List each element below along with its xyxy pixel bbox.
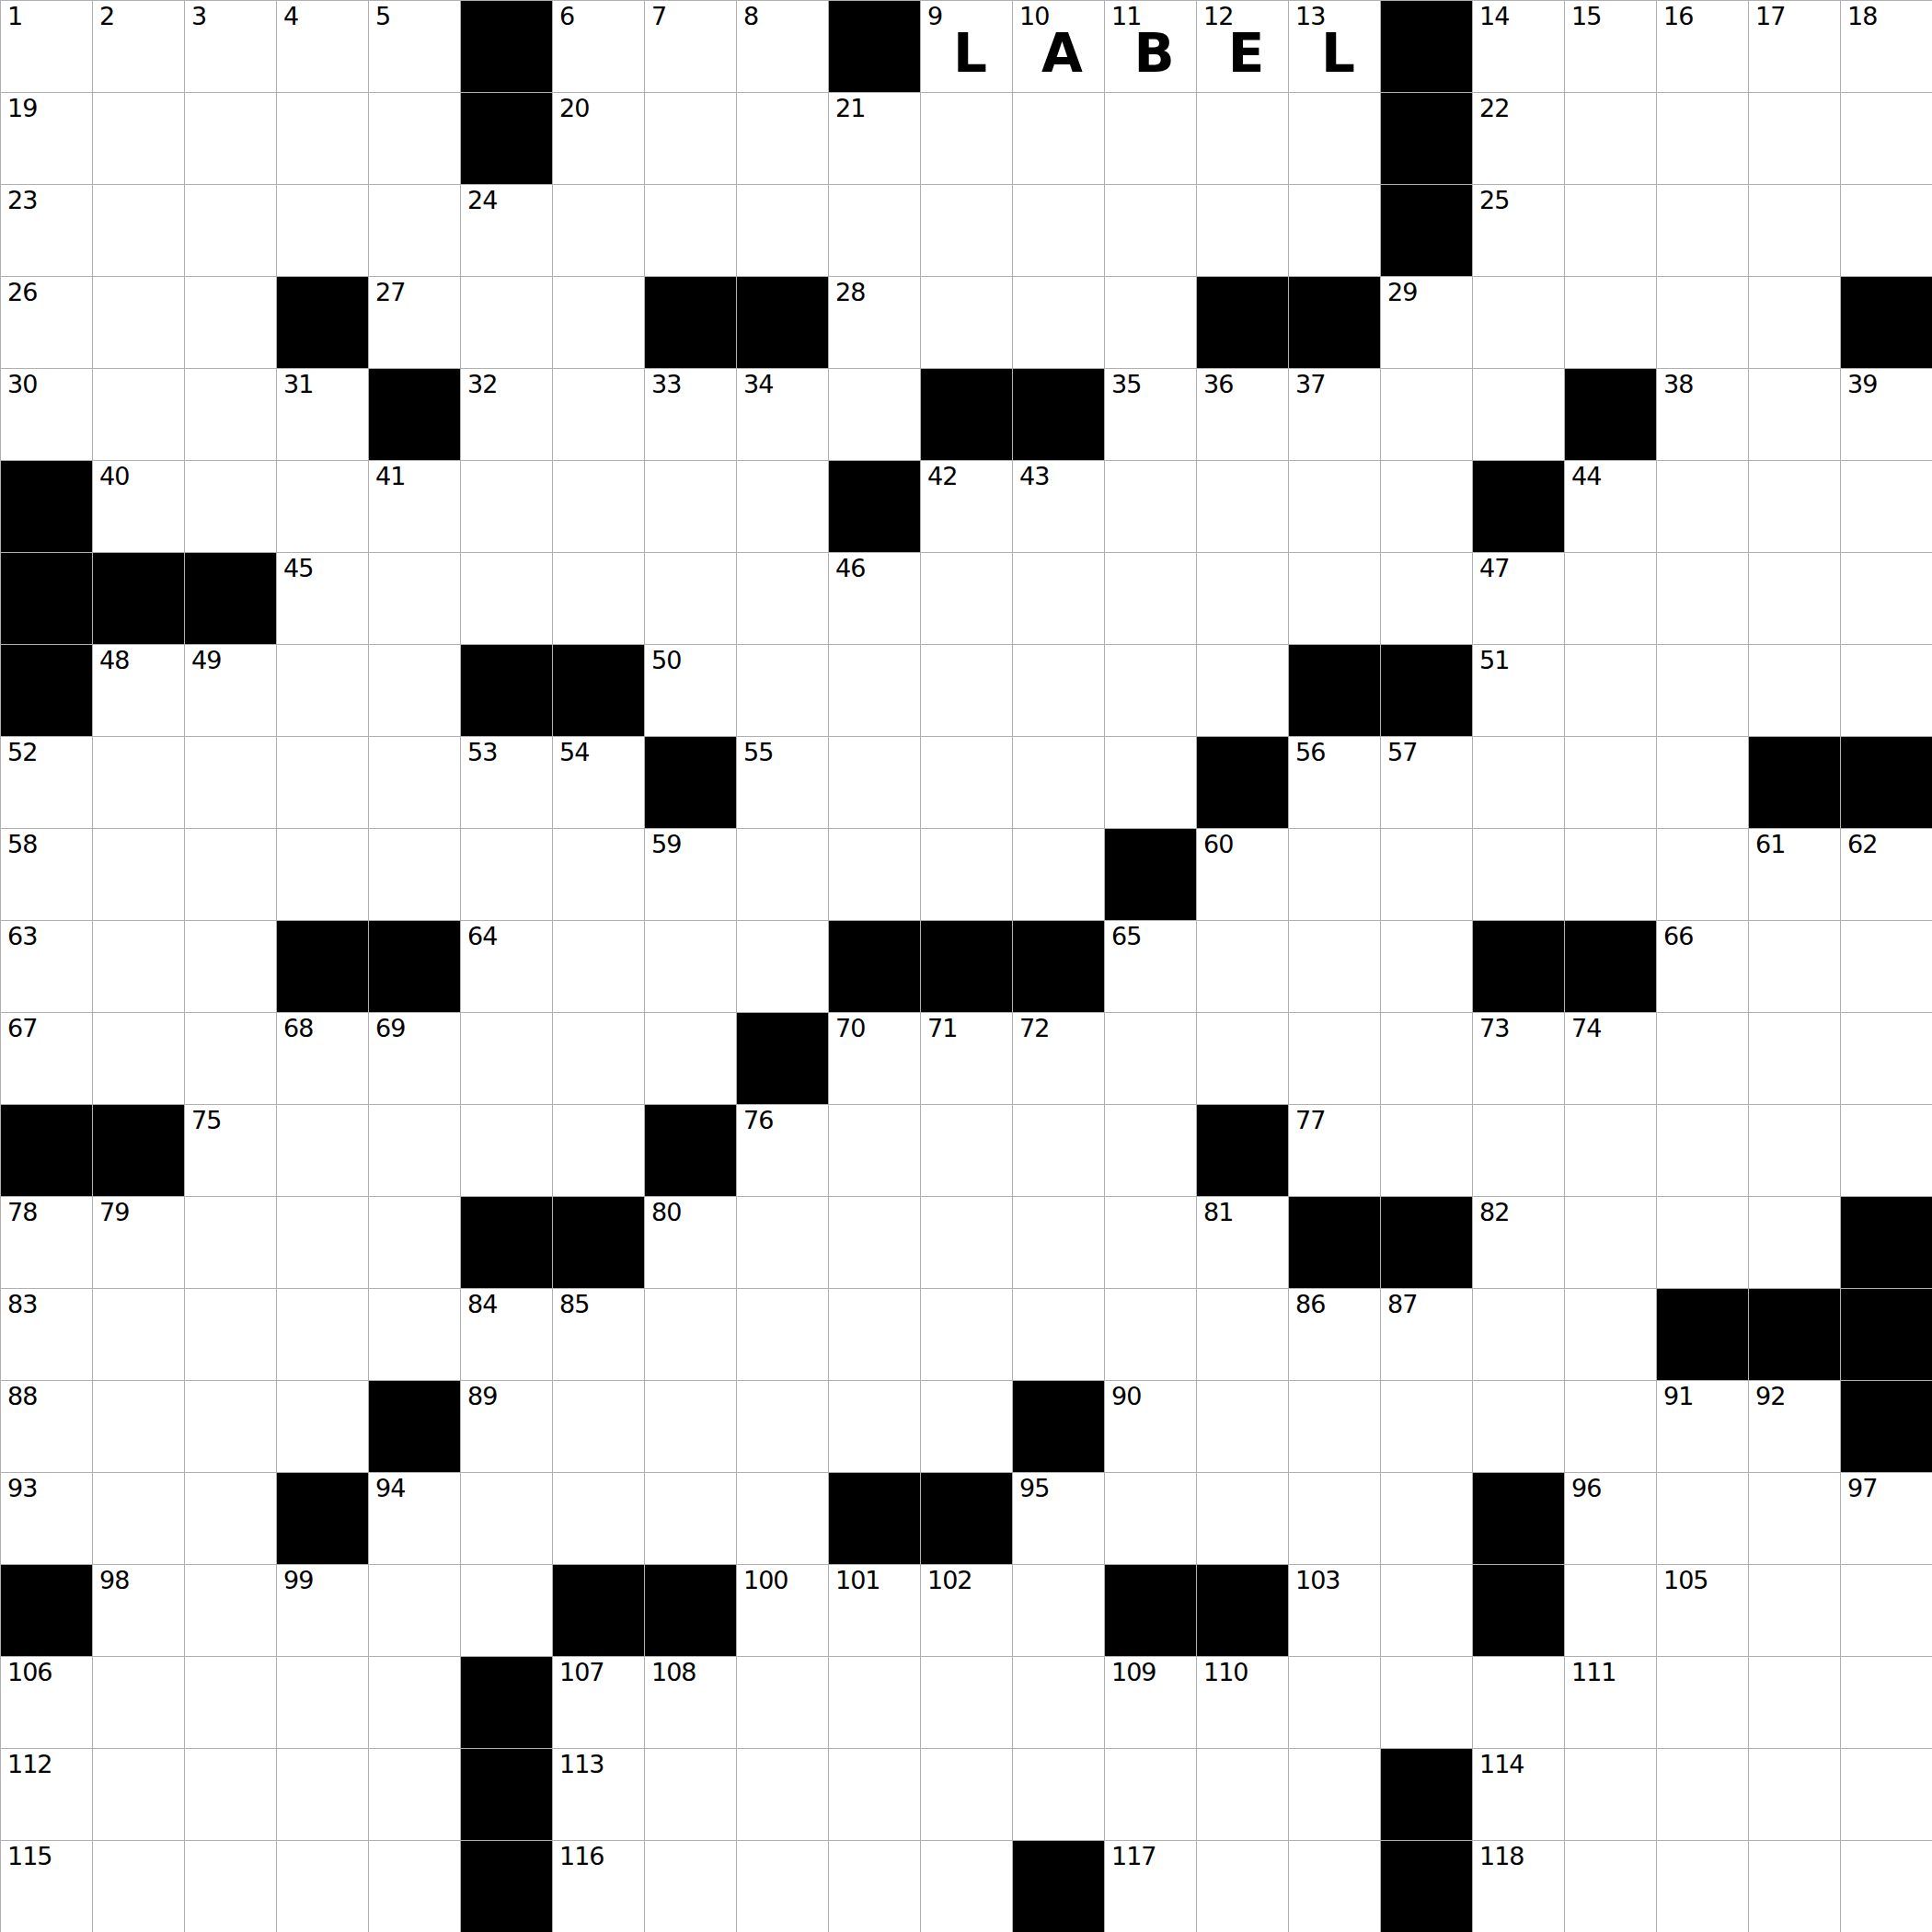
grid-cell[interactable] [829, 645, 921, 737]
grid-cell[interactable] [369, 1289, 461, 1381]
grid-cell[interactable] [1105, 461, 1197, 553]
grid-cell[interactable] [1197, 921, 1289, 1013]
grid-cell[interactable]: 67 [1, 1013, 93, 1105]
grid-cell[interactable] [93, 1473, 185, 1565]
grid-cell[interactable] [1013, 829, 1105, 921]
grid-cell[interactable] [369, 829, 461, 921]
grid-cell[interactable]: 33 [645, 369, 737, 461]
grid-cell[interactable] [185, 1289, 277, 1381]
grid-cell[interactable] [1657, 277, 1749, 369]
grid-cell[interactable] [1197, 1841, 1289, 1932]
grid-cell[interactable] [93, 1289, 185, 1381]
grid-cell[interactable] [1473, 277, 1565, 369]
grid-cell[interactable] [921, 1381, 1013, 1473]
grid-cell[interactable] [277, 1105, 369, 1197]
grid-cell[interactable]: 65 [1105, 921, 1197, 1013]
grid-cell[interactable]: 114 [1473, 1749, 1565, 1841]
grid-cell[interactable] [1289, 1473, 1381, 1565]
grid-cell[interactable] [1105, 1105, 1197, 1197]
grid-cell[interactable] [1749, 1473, 1841, 1565]
grid-cell[interactable] [829, 185, 921, 277]
grid-cell[interactable]: 56 [1289, 737, 1381, 829]
grid-cell[interactable] [1565, 93, 1657, 185]
grid-cell[interactable] [1105, 1013, 1197, 1105]
grid-cell[interactable]: 102 [921, 1565, 1013, 1657]
grid-cell[interactable] [93, 1657, 185, 1749]
grid-cell[interactable] [1565, 1105, 1657, 1197]
grid-cell[interactable] [1197, 1473, 1289, 1565]
grid-cell[interactable] [1657, 185, 1749, 277]
grid-cell[interactable]: 15 [1565, 1, 1657, 93]
grid-cell[interactable] [1749, 185, 1841, 277]
grid-cell[interactable] [1473, 1381, 1565, 1473]
grid-cell[interactable]: 106 [1, 1657, 93, 1749]
grid-cell[interactable] [1841, 1013, 1932, 1105]
grid-cell[interactable] [185, 369, 277, 461]
grid-cell[interactable] [921, 277, 1013, 369]
grid-cell[interactable]: 110 [1197, 1657, 1289, 1749]
grid-cell[interactable] [1657, 1749, 1749, 1841]
grid-cell[interactable] [1841, 461, 1932, 553]
grid-cell[interactable]: 14 [1473, 1, 1565, 93]
grid-cell[interactable] [1105, 553, 1197, 645]
grid-cell[interactable]: 45 [277, 553, 369, 645]
grid-cell[interactable] [185, 1565, 277, 1657]
grid-cell[interactable] [185, 93, 277, 185]
grid-cell[interactable]: 87 [1381, 1289, 1473, 1381]
grid-cell[interactable]: 22 [1473, 93, 1565, 185]
grid-cell[interactable] [1657, 1657, 1749, 1749]
grid-cell[interactable] [1841, 645, 1932, 737]
grid-cell[interactable]: 55 [737, 737, 829, 829]
grid-cell[interactable]: 8 [737, 1, 829, 93]
grid-cell[interactable]: 42 [921, 461, 1013, 553]
grid-cell[interactable]: 35 [1105, 369, 1197, 461]
grid-cell[interactable] [1289, 461, 1381, 553]
grid-cell[interactable] [1381, 553, 1473, 645]
grid-cell[interactable]: 95 [1013, 1473, 1105, 1565]
grid-cell[interactable] [921, 1105, 1013, 1197]
grid-cell[interactable] [1105, 277, 1197, 369]
grid-cell[interactable]: 66 [1657, 921, 1749, 1013]
grid-cell[interactable] [1565, 1289, 1657, 1381]
grid-cell[interactable] [1565, 553, 1657, 645]
grid-cell[interactable] [369, 1565, 461, 1657]
grid-cell[interactable]: 71 [921, 1013, 1013, 1105]
grid-cell[interactable] [1381, 1105, 1473, 1197]
grid-cell[interactable] [829, 1749, 921, 1841]
grid-cell[interactable] [829, 737, 921, 829]
grid-cell[interactable] [1013, 553, 1105, 645]
grid-cell[interactable] [1013, 1289, 1105, 1381]
grid-cell[interactable] [1565, 829, 1657, 921]
grid-cell[interactable] [1197, 461, 1289, 553]
grid-cell[interactable]: 32 [461, 369, 553, 461]
grid-cell[interactable] [185, 1657, 277, 1749]
grid-cell[interactable] [645, 461, 737, 553]
grid-cell[interactable]: 49 [185, 645, 277, 737]
grid-cell[interactable] [829, 1841, 921, 1932]
grid-cell[interactable] [277, 645, 369, 737]
grid-cell[interactable] [185, 1197, 277, 1289]
grid-cell[interactable] [1013, 1749, 1105, 1841]
grid-cell[interactable] [1013, 185, 1105, 277]
grid-cell[interactable]: 96 [1565, 1473, 1657, 1565]
grid-cell[interactable] [737, 93, 829, 185]
grid-cell[interactable] [1105, 737, 1197, 829]
grid-cell[interactable]: 40 [93, 461, 185, 553]
grid-cell[interactable] [1565, 1197, 1657, 1289]
grid-cell[interactable] [1565, 277, 1657, 369]
grid-cell[interactable]: 60 [1197, 829, 1289, 921]
grid-cell[interactable] [1289, 1657, 1381, 1749]
grid-cell[interactable]: 111 [1565, 1657, 1657, 1749]
grid-cell[interactable] [1749, 277, 1841, 369]
grid-cell[interactable] [1197, 1749, 1289, 1841]
grid-cell[interactable] [185, 829, 277, 921]
grid-cell[interactable]: 76 [737, 1105, 829, 1197]
grid-cell[interactable] [645, 1473, 737, 1565]
grid-cell[interactable] [829, 1197, 921, 1289]
grid-cell[interactable] [1657, 1841, 1749, 1932]
grid-cell[interactable] [829, 369, 921, 461]
grid-cell[interactable] [1197, 1013, 1289, 1105]
grid-cell[interactable]: 101 [829, 1565, 921, 1657]
grid-cell[interactable]: 116 [553, 1841, 645, 1932]
grid-cell[interactable]: 118 [1473, 1841, 1565, 1932]
grid-cell[interactable]: 30 [1, 369, 93, 461]
grid-cell[interactable]: 68 [277, 1013, 369, 1105]
grid-cell[interactable] [1841, 1841, 1932, 1932]
grid-cell[interactable] [1381, 1013, 1473, 1105]
grid-cell[interactable] [1657, 1197, 1749, 1289]
grid-cell[interactable] [737, 829, 829, 921]
grid-cell[interactable]: 28 [829, 277, 921, 369]
grid-cell[interactable]: 99 [277, 1565, 369, 1657]
grid-cell[interactable] [93, 369, 185, 461]
grid-cell[interactable]: 13L [1289, 1, 1381, 93]
grid-cell[interactable] [1105, 1289, 1197, 1381]
grid-cell[interactable] [737, 461, 829, 553]
grid-cell[interactable] [1105, 645, 1197, 737]
grid-cell[interactable] [1473, 1105, 1565, 1197]
grid-cell[interactable]: 39 [1841, 369, 1932, 461]
grid-cell[interactable]: 21 [829, 93, 921, 185]
grid-cell[interactable] [645, 921, 737, 1013]
grid-cell[interactable] [93, 1013, 185, 1105]
grid-cell[interactable] [185, 1841, 277, 1932]
grid-cell[interactable] [1565, 1841, 1657, 1932]
grid-cell[interactable] [737, 1749, 829, 1841]
grid-cell[interactable] [461, 1565, 553, 1657]
grid-cell[interactable]: 50 [645, 645, 737, 737]
grid-cell[interactable] [1657, 93, 1749, 185]
grid-cell[interactable] [185, 1013, 277, 1105]
grid-cell[interactable] [645, 93, 737, 185]
grid-cell[interactable] [737, 1657, 829, 1749]
grid-cell[interactable] [93, 93, 185, 185]
grid-cell[interactable]: 80 [645, 1197, 737, 1289]
grid-cell[interactable] [1381, 829, 1473, 921]
grid-cell[interactable]: 117 [1105, 1841, 1197, 1932]
grid-cell[interactable]: 34 [737, 369, 829, 461]
grid-cell[interactable]: 9L [921, 1, 1013, 93]
grid-cell[interactable] [829, 1105, 921, 1197]
grid-cell[interactable]: 44 [1565, 461, 1657, 553]
grid-cell[interactable] [1289, 93, 1381, 185]
grid-cell[interactable] [461, 1105, 553, 1197]
grid-cell[interactable] [1013, 737, 1105, 829]
grid-cell[interactable] [369, 185, 461, 277]
grid-cell[interactable]: 108 [645, 1657, 737, 1749]
grid-cell[interactable]: 73 [1473, 1013, 1565, 1105]
grid-cell[interactable] [277, 185, 369, 277]
grid-cell[interactable]: 90 [1105, 1381, 1197, 1473]
grid-cell[interactable] [1565, 737, 1657, 829]
grid-cell[interactable] [1197, 645, 1289, 737]
grid-cell[interactable] [737, 1381, 829, 1473]
grid-cell[interactable] [1013, 277, 1105, 369]
grid-cell[interactable] [1381, 1565, 1473, 1657]
grid-cell[interactable] [461, 829, 553, 921]
grid-cell[interactable] [645, 1749, 737, 1841]
grid-cell[interactable]: 38 [1657, 369, 1749, 461]
grid-cell[interactable] [921, 645, 1013, 737]
grid-cell[interactable] [1749, 1657, 1841, 1749]
grid-cell[interactable] [1381, 1381, 1473, 1473]
grid-cell[interactable] [277, 1381, 369, 1473]
grid-cell[interactable] [1289, 1381, 1381, 1473]
grid-cell[interactable] [1749, 369, 1841, 461]
grid-cell[interactable] [277, 461, 369, 553]
grid-cell[interactable] [1841, 1657, 1932, 1749]
grid-cell[interactable] [461, 1473, 553, 1565]
grid-cell[interactable] [1749, 1197, 1841, 1289]
grid-cell[interactable] [829, 1657, 921, 1749]
grid-cell[interactable]: 52 [1, 737, 93, 829]
grid-cell[interactable]: 84 [461, 1289, 553, 1381]
grid-cell[interactable] [1657, 1473, 1749, 1565]
grid-cell[interactable] [93, 277, 185, 369]
grid-cell[interactable]: 63 [1, 921, 93, 1013]
grid-cell[interactable]: 11B [1105, 1, 1197, 93]
grid-cell[interactable] [369, 1105, 461, 1197]
grid-cell[interactable]: 88 [1, 1381, 93, 1473]
grid-cell[interactable] [553, 185, 645, 277]
grid-cell[interactable] [1657, 1013, 1749, 1105]
grid-cell[interactable] [277, 1749, 369, 1841]
grid-cell[interactable] [1105, 185, 1197, 277]
grid-cell[interactable] [1289, 1749, 1381, 1841]
grid-cell[interactable]: 57 [1381, 737, 1473, 829]
grid-cell[interactable]: 94 [369, 1473, 461, 1565]
grid-cell[interactable]: 83 [1, 1289, 93, 1381]
grid-cell[interactable]: 62 [1841, 829, 1932, 921]
grid-cell[interactable] [1473, 1289, 1565, 1381]
grid-cell[interactable] [1657, 1105, 1749, 1197]
grid-cell[interactable]: 100 [737, 1565, 829, 1657]
grid-cell[interactable]: 4 [277, 1, 369, 93]
grid-cell[interactable] [1197, 1381, 1289, 1473]
grid-cell[interactable] [1013, 1657, 1105, 1749]
grid-cell[interactable]: 93 [1, 1473, 93, 1565]
grid-cell[interactable] [921, 737, 1013, 829]
grid-cell[interactable] [277, 93, 369, 185]
grid-cell[interactable] [1197, 185, 1289, 277]
grid-cell[interactable] [1013, 1197, 1105, 1289]
grid-cell[interactable] [645, 553, 737, 645]
grid-cell[interactable] [921, 185, 1013, 277]
grid-cell[interactable] [829, 829, 921, 921]
grid-cell[interactable] [1749, 1565, 1841, 1657]
grid-cell[interactable]: 85 [553, 1289, 645, 1381]
grid-cell[interactable] [277, 737, 369, 829]
grid-cell[interactable] [553, 1381, 645, 1473]
grid-cell[interactable]: 58 [1, 829, 93, 921]
grid-cell[interactable] [553, 461, 645, 553]
grid-cell[interactable] [185, 185, 277, 277]
grid-cell[interactable] [1105, 1473, 1197, 1565]
grid-cell[interactable]: 46 [829, 553, 921, 645]
grid-cell[interactable]: 5 [369, 1, 461, 93]
grid-cell[interactable]: 10A [1013, 1, 1105, 93]
grid-cell[interactable] [461, 553, 553, 645]
grid-cell[interactable] [1381, 1657, 1473, 1749]
grid-cell[interactable]: 36 [1197, 369, 1289, 461]
grid-cell[interactable] [1197, 1289, 1289, 1381]
grid-cell[interactable] [553, 1105, 645, 1197]
grid-cell[interactable] [1289, 829, 1381, 921]
grid-cell[interactable] [921, 1841, 1013, 1932]
grid-cell[interactable] [1473, 737, 1565, 829]
grid-cell[interactable] [553, 369, 645, 461]
grid-cell[interactable] [737, 1197, 829, 1289]
grid-cell[interactable]: 112 [1, 1749, 93, 1841]
grid-cell[interactable] [737, 1841, 829, 1932]
grid-cell[interactable] [737, 1473, 829, 1565]
grid-cell[interactable] [737, 921, 829, 1013]
grid-cell[interactable] [1473, 369, 1565, 461]
grid-cell[interactable] [1749, 1105, 1841, 1197]
grid-cell[interactable]: 77 [1289, 1105, 1381, 1197]
grid-cell[interactable] [1565, 1749, 1657, 1841]
grid-cell[interactable]: 19 [1, 93, 93, 185]
grid-cell[interactable]: 18 [1841, 1, 1932, 93]
grid-cell[interactable] [277, 1841, 369, 1932]
grid-cell[interactable] [921, 93, 1013, 185]
grid-cell[interactable] [1289, 1841, 1381, 1932]
grid-cell[interactable] [93, 1381, 185, 1473]
grid-cell[interactable] [553, 1013, 645, 1105]
grid-cell[interactable] [185, 1749, 277, 1841]
grid-cell[interactable]: 31 [277, 369, 369, 461]
grid-cell[interactable]: 43 [1013, 461, 1105, 553]
grid-cell[interactable] [1657, 645, 1749, 737]
grid-cell[interactable] [1105, 1197, 1197, 1289]
grid-cell[interactable] [1657, 461, 1749, 553]
grid-cell[interactable] [921, 829, 1013, 921]
grid-cell[interactable] [1013, 93, 1105, 185]
grid-cell[interactable]: 2 [93, 1, 185, 93]
grid-cell[interactable]: 61 [1749, 829, 1841, 921]
grid-cell[interactable] [93, 1749, 185, 1841]
grid-cell[interactable] [1749, 645, 1841, 737]
grid-cell[interactable] [1565, 1381, 1657, 1473]
grid-cell[interactable] [185, 1381, 277, 1473]
grid-cell[interactable]: 82 [1473, 1197, 1565, 1289]
grid-cell[interactable]: 72 [1013, 1013, 1105, 1105]
grid-cell[interactable] [1841, 185, 1932, 277]
grid-cell[interactable] [277, 829, 369, 921]
grid-cell[interactable]: 86 [1289, 1289, 1381, 1381]
grid-cell[interactable]: 29 [1381, 277, 1473, 369]
grid-cell[interactable] [553, 829, 645, 921]
grid-cell[interactable]: 115 [1, 1841, 93, 1932]
grid-cell[interactable] [1197, 553, 1289, 645]
grid-cell[interactable]: 1 [1, 1, 93, 93]
grid-cell[interactable] [1473, 1657, 1565, 1749]
grid-cell[interactable]: 70 [829, 1013, 921, 1105]
grid-cell[interactable] [829, 1381, 921, 1473]
grid-cell[interactable] [461, 277, 553, 369]
grid-cell[interactable] [645, 1381, 737, 1473]
grid-cell[interactable] [1657, 829, 1749, 921]
grid-cell[interactable] [645, 185, 737, 277]
grid-cell[interactable] [1657, 553, 1749, 645]
grid-cell[interactable]: 24 [461, 185, 553, 277]
grid-cell[interactable] [1657, 737, 1749, 829]
grid-cell[interactable] [1197, 93, 1289, 185]
grid-cell[interactable]: 12E [1197, 1, 1289, 93]
grid-cell[interactable] [277, 1657, 369, 1749]
grid-cell[interactable] [1013, 645, 1105, 737]
grid-cell[interactable] [1013, 1565, 1105, 1657]
grid-cell[interactable]: 37 [1289, 369, 1381, 461]
grid-cell[interactable] [93, 737, 185, 829]
grid-cell[interactable] [369, 645, 461, 737]
grid-cell[interactable]: 20 [553, 93, 645, 185]
grid-cell[interactable]: 79 [93, 1197, 185, 1289]
grid-cell[interactable]: 75 [185, 1105, 277, 1197]
grid-cell[interactable] [1381, 1473, 1473, 1565]
grid-cell[interactable] [1381, 461, 1473, 553]
grid-cell[interactable] [645, 1289, 737, 1381]
grid-cell[interactable]: 107 [553, 1657, 645, 1749]
grid-cell[interactable]: 97 [1841, 1473, 1932, 1565]
grid-cell[interactable]: 7 [645, 1, 737, 93]
grid-cell[interactable] [1749, 1749, 1841, 1841]
grid-cell[interactable] [185, 277, 277, 369]
grid-cell[interactable] [829, 1289, 921, 1381]
grid-cell[interactable]: 109 [1105, 1657, 1197, 1749]
grid-cell[interactable]: 26 [1, 277, 93, 369]
grid-cell[interactable]: 89 [461, 1381, 553, 1473]
grid-cell[interactable]: 48 [93, 645, 185, 737]
grid-cell[interactable] [1841, 553, 1932, 645]
grid-cell[interactable]: 78 [1, 1197, 93, 1289]
grid-cell[interactable] [185, 461, 277, 553]
grid-cell[interactable] [921, 1289, 1013, 1381]
grid-cell[interactable] [185, 737, 277, 829]
grid-cell[interactable] [1749, 1013, 1841, 1105]
grid-cell[interactable] [1841, 1105, 1932, 1197]
grid-cell[interactable] [1473, 829, 1565, 921]
grid-cell[interactable]: 51 [1473, 645, 1565, 737]
grid-cell[interactable] [553, 921, 645, 1013]
grid-cell[interactable] [645, 1841, 737, 1932]
grid-cell[interactable] [277, 1289, 369, 1381]
grid-cell[interactable]: 98 [93, 1565, 185, 1657]
